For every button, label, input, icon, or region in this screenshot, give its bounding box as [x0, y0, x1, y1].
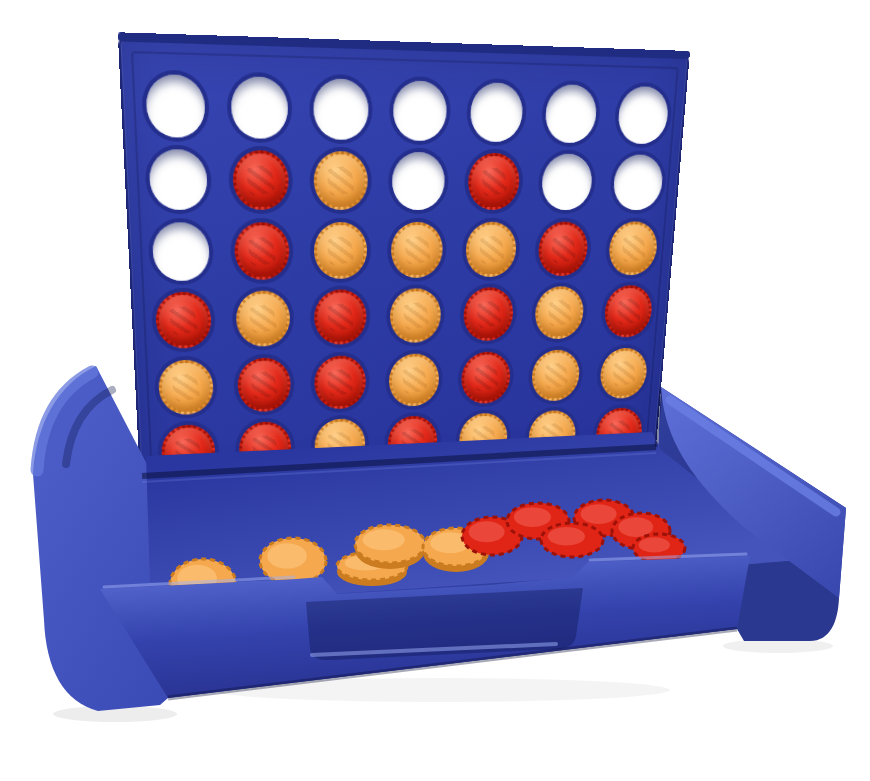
red-loose-disc-highlight	[469, 521, 505, 542]
red-loose-disc-highlight	[581, 504, 617, 524]
connect-four-photo	[0, 0, 870, 781]
red-loose-disc-highlight	[548, 527, 585, 546]
red-loose-disc-highlight	[514, 507, 551, 527]
red-loose-disc-highlight	[639, 537, 670, 552]
foot-shadow-right	[723, 639, 833, 653]
tray	[0, 0, 870, 781]
yellow-loose-disc-highlight	[267, 543, 307, 568]
yellow-loose-disc-highlight	[363, 529, 405, 550]
